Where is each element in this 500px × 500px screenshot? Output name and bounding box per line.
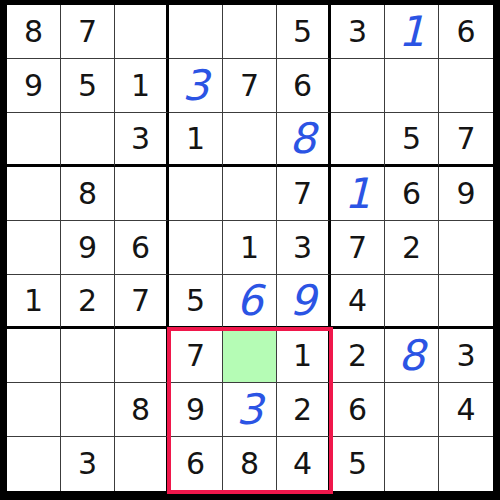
given-digit: 6 xyxy=(131,233,150,263)
cell-r4c8[interactable]: 6 xyxy=(385,167,439,221)
given-digit: 6 xyxy=(186,449,205,479)
cell-r2c2[interactable]: 5 xyxy=(61,59,115,113)
cell-r1c1[interactable]: 8 xyxy=(7,5,61,59)
given-digit: 7 xyxy=(348,233,367,263)
given-digit: 6 xyxy=(456,17,475,47)
cell-r5c6[interactable]: 3 xyxy=(277,221,331,275)
cell-r2c3[interactable]: 1 xyxy=(115,59,169,113)
cell-r4c5[interactable] xyxy=(223,167,277,221)
handwritten-digit: 1 xyxy=(398,11,425,53)
cell-r9c5[interactable]: 8 xyxy=(223,437,277,491)
cell-r6c7[interactable]: 4 xyxy=(331,275,385,329)
cell-r7c8[interactable]: 8 xyxy=(385,329,439,383)
given-digit: 5 xyxy=(78,71,97,101)
cell-r3c3[interactable]: 3 xyxy=(115,113,169,167)
given-digit: 6 xyxy=(348,395,367,425)
cell-r1c2[interactable]: 7 xyxy=(61,5,115,59)
given-digit: 1 xyxy=(186,124,205,154)
given-digit: 6 xyxy=(402,179,421,209)
cell-r5c7[interactable]: 7 xyxy=(331,221,385,275)
given-digit: 8 xyxy=(240,449,259,479)
cell-r2c9[interactable] xyxy=(439,59,493,113)
cell-r4c7[interactable]: 1 xyxy=(331,167,385,221)
cell-r8c5[interactable]: 3 xyxy=(223,383,277,437)
cell-r4c2[interactable]: 8 xyxy=(61,167,115,221)
given-digit: 3 xyxy=(131,124,150,154)
cell-r3c7[interactable] xyxy=(331,113,385,167)
cell-r1c5[interactable] xyxy=(223,5,277,59)
handwritten-digit: 3 xyxy=(236,389,263,431)
cell-r6c5[interactable]: 6 xyxy=(223,275,277,329)
cell-r3c9[interactable]: 7 xyxy=(439,113,493,167)
given-digit: 7 xyxy=(186,341,205,371)
cell-r5c4[interactable] xyxy=(169,221,223,275)
given-digit: 7 xyxy=(293,179,312,209)
cell-r4c4[interactable] xyxy=(169,167,223,221)
cell-r7c2[interactable] xyxy=(61,329,115,383)
given-digit: 3 xyxy=(456,341,475,371)
cell-r3c1[interactable] xyxy=(7,113,61,167)
cell-r3c8[interactable]: 5 xyxy=(385,113,439,167)
cell-r3c5[interactable] xyxy=(223,113,277,167)
cell-r4c9[interactable]: 9 xyxy=(439,167,493,221)
given-digit: 1 xyxy=(131,71,150,101)
given-digit: 5 xyxy=(402,124,421,154)
cell-r2c7[interactable] xyxy=(331,59,385,113)
cell-r2c6[interactable]: 6 xyxy=(277,59,331,113)
given-digit: 9 xyxy=(456,179,475,209)
given-digit: 2 xyxy=(293,395,312,425)
given-digit: 8 xyxy=(78,179,97,209)
cell-r1c9[interactable]: 6 xyxy=(439,5,493,59)
cell-r9c3[interactable] xyxy=(115,437,169,491)
given-digit: 9 xyxy=(186,395,205,425)
cell-r4c1[interactable] xyxy=(7,167,61,221)
cell-r4c6[interactable]: 7 xyxy=(277,167,331,221)
handwritten-digit: 8 xyxy=(398,335,425,377)
cell-r3c2[interactable] xyxy=(61,113,115,167)
given-digit: 7 xyxy=(131,286,150,316)
cell-r6c4[interactable]: 5 xyxy=(169,275,223,329)
handwritten-digit: 6 xyxy=(236,280,263,322)
given-digit: 5 xyxy=(186,286,205,316)
cell-r6c6[interactable]: 9 xyxy=(277,275,331,329)
cell-r9c6[interactable]: 4 xyxy=(277,437,331,491)
cell-r9c1[interactable] xyxy=(7,437,61,491)
cell-r7c3[interactable] xyxy=(115,329,169,383)
cell-r2c8[interactable] xyxy=(385,59,439,113)
cell-r9c8[interactable] xyxy=(385,437,439,491)
given-digit: 4 xyxy=(348,286,367,316)
cell-r2c4[interactable]: 3 xyxy=(169,59,223,113)
cell-r5c5[interactable]: 1 xyxy=(223,221,277,275)
given-digit: 2 xyxy=(78,286,97,316)
cell-r5c1[interactable] xyxy=(7,221,61,275)
handwritten-digit: 3 xyxy=(182,65,209,107)
cell-r7c9[interactable]: 3 xyxy=(439,329,493,383)
cell-r1c8[interactable]: 1 xyxy=(385,5,439,59)
cell-r1c6[interactable]: 5 xyxy=(277,5,331,59)
handwritten-digit: 8 xyxy=(289,118,316,160)
given-digit: 3 xyxy=(78,449,97,479)
cell-r1c4[interactable] xyxy=(169,5,223,59)
cell-r3c6[interactable]: 8 xyxy=(277,113,331,167)
cell-r9c9[interactable] xyxy=(439,437,493,491)
cell-r7c4[interactable]: 7 xyxy=(169,329,223,383)
cell-r9c7[interactable]: 5 xyxy=(331,437,385,491)
cell-r8c8[interactable] xyxy=(385,383,439,437)
given-digit: 2 xyxy=(348,341,367,371)
cell-r2c1[interactable]: 9 xyxy=(7,59,61,113)
given-digit: 9 xyxy=(78,233,97,263)
given-digit: 4 xyxy=(293,449,312,479)
cell-r6c9[interactable] xyxy=(439,275,493,329)
given-digit: 9 xyxy=(24,71,43,101)
cell-r8c3[interactable]: 8 xyxy=(115,383,169,437)
given-digit: 5 xyxy=(293,17,312,47)
cell-r7c7[interactable]: 2 xyxy=(331,329,385,383)
sudoku-board: 8753169513763185787169961372127569471283… xyxy=(4,2,496,494)
given-digit: 5 xyxy=(348,449,367,479)
cell-r6c2[interactable]: 2 xyxy=(61,275,115,329)
cell-r9c2[interactable]: 3 xyxy=(61,437,115,491)
cell-r4c3[interactable] xyxy=(115,167,169,221)
given-digit: 7 xyxy=(78,17,97,47)
given-digit: 8 xyxy=(131,395,150,425)
cell-r5c8[interactable]: 2 xyxy=(385,221,439,275)
cell-r6c8[interactable] xyxy=(385,275,439,329)
cell-r8c1[interactable] xyxy=(7,383,61,437)
handwritten-digit: 1 xyxy=(344,173,371,215)
cell-r8c9[interactable]: 4 xyxy=(439,383,493,437)
given-digit: 7 xyxy=(240,71,259,101)
given-digit: 3 xyxy=(293,233,312,263)
given-digit: 1 xyxy=(240,233,259,263)
given-digit: 3 xyxy=(348,17,367,47)
given-digit: 2 xyxy=(402,233,421,263)
cell-r3c4[interactable]: 1 xyxy=(169,113,223,167)
cell-r8c6[interactable]: 2 xyxy=(277,383,331,437)
cell-r5c2[interactable]: 9 xyxy=(61,221,115,275)
given-digit: 1 xyxy=(24,286,43,316)
given-digit: 7 xyxy=(456,124,475,154)
cell-r6c3[interactable]: 7 xyxy=(115,275,169,329)
given-digit: 6 xyxy=(293,71,312,101)
cell-r7c5[interactable] xyxy=(223,329,277,383)
cell-r9c4[interactable]: 6 xyxy=(169,437,223,491)
cell-r5c9[interactable] xyxy=(439,221,493,275)
cell-r8c7[interactable]: 6 xyxy=(331,383,385,437)
cell-r8c4[interactable]: 9 xyxy=(169,383,223,437)
cell-r6c1[interactable]: 1 xyxy=(7,275,61,329)
given-digit: 1 xyxy=(293,341,312,371)
cell-r8c2[interactable] xyxy=(61,383,115,437)
cell-r5c3[interactable]: 6 xyxy=(115,221,169,275)
cell-r1c7[interactable]: 3 xyxy=(331,5,385,59)
cell-r2c5[interactable]: 7 xyxy=(223,59,277,113)
cell-r1c3[interactable] xyxy=(115,5,169,59)
handwritten-digit: 9 xyxy=(289,280,316,322)
given-digit: 4 xyxy=(456,395,475,425)
given-digit: 8 xyxy=(24,17,43,47)
cell-r7c6[interactable]: 1 xyxy=(277,329,331,383)
cell-r7c1[interactable] xyxy=(7,329,61,383)
